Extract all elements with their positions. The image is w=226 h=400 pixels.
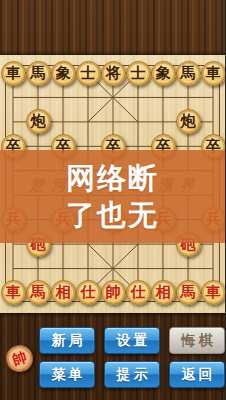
piece-red[interactable]: 車 xyxy=(201,280,226,305)
piece-black[interactable]: 炮 xyxy=(26,109,51,134)
piece-black[interactable]: 車 xyxy=(201,61,226,86)
piece-black[interactable]: 将 xyxy=(101,61,126,86)
nail-trim-top xyxy=(0,47,225,55)
piece-red[interactable]: 仕 xyxy=(76,280,101,305)
back-button[interactable]: 返回 xyxy=(169,361,225,388)
piece-black[interactable]: 炮 xyxy=(176,109,201,134)
piece-red[interactable]: 相 xyxy=(51,280,76,305)
menu-button[interactable]: 菜单 xyxy=(39,361,95,388)
piece-black[interactable]: 士 xyxy=(126,61,151,86)
piece-black[interactable]: 馬 xyxy=(26,61,51,86)
control-panel: 帥 新局 设置 悔棋 菜单 提示 返回 xyxy=(0,322,225,400)
turn-indicator-red-general: 帥 xyxy=(2,341,36,375)
button-grid: 新局 设置 悔棋 菜单 提示 返回 xyxy=(39,327,225,388)
game-screen: 楚河 漢界 車馬象士将士象馬車炮炮卒卒卒卒卒兵兵兵兵兵砲砲車馬相仕帥仕相馬車 网… xyxy=(0,0,225,400)
settings-button[interactable]: 设置 xyxy=(104,327,160,354)
piece-black[interactable]: 象 xyxy=(151,61,176,86)
piece-black[interactable]: 車 xyxy=(1,61,26,86)
piece-red[interactable]: 帥 xyxy=(101,280,126,305)
piece-red[interactable]: 仕 xyxy=(126,280,151,305)
nail-trim-bottom xyxy=(0,314,225,322)
toast-line-2: 了也无 xyxy=(66,197,159,234)
piece-red[interactable]: 相 xyxy=(151,280,176,305)
piece-red[interactable]: 馬 xyxy=(26,280,51,305)
toast-line-1: 网络断 xyxy=(66,160,159,197)
hint-button[interactable]: 提示 xyxy=(104,361,160,388)
piece-black[interactable]: 馬 xyxy=(176,61,201,86)
undo-button[interactable]: 悔棋 xyxy=(169,327,225,354)
piece-black[interactable]: 象 xyxy=(51,61,76,86)
network-toast: 网络断 了也无 xyxy=(0,150,225,243)
piece-red[interactable]: 車 xyxy=(1,280,26,305)
piece-black[interactable]: 士 xyxy=(76,61,101,86)
piece-red[interactable]: 馬 xyxy=(176,280,201,305)
new-game-button[interactable]: 新局 xyxy=(39,327,95,354)
